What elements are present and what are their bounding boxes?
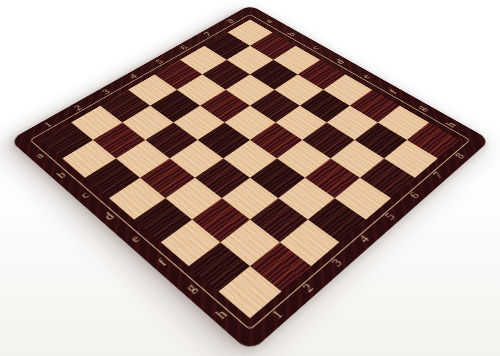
board-grid <box>41 20 460 319</box>
chess-board: aabbccddeeffgghh1122334455667788 <box>10 5 491 353</box>
product-photo-background: aabbccddeeffgghh1122334455667788 <box>0 0 500 356</box>
